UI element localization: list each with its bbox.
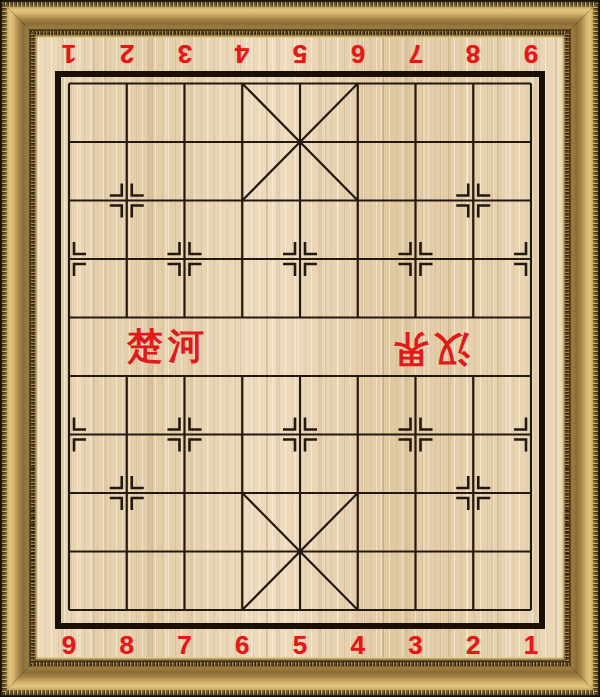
framed-xiangqi-board: 123456789 987654321 楚河 汉界 — [0, 0, 600, 697]
bottom-file-number-9: 9 — [62, 632, 76, 658]
bottom-file-number-1: 1 — [524, 632, 538, 658]
bottom-file-number-3: 3 — [408, 632, 422, 658]
frame-right — [562, 0, 600, 697]
top-file-number-4: 4 — [235, 41, 249, 67]
bottom-file-number-4: 4 — [351, 632, 365, 658]
top-file-number-3: 3 — [177, 41, 191, 67]
frame-bottom — [0, 657, 600, 697]
bottom-file-number-8: 8 — [120, 632, 134, 658]
frame-left — [0, 0, 38, 697]
top-file-number-2: 2 — [120, 41, 134, 67]
top-file-number-6: 6 — [351, 41, 365, 67]
frame-top — [0, 0, 600, 38]
xiangqi-grid[interactable] — [0, 0, 600, 697]
top-file-number-7: 7 — [408, 41, 422, 67]
top-file-number-5: 5 — [293, 41, 307, 67]
river-text-chu-he: 楚河 — [127, 328, 209, 364]
bottom-file-number-6: 6 — [235, 632, 249, 658]
top-file-number-8: 8 — [466, 41, 480, 67]
bottom-file-number-2: 2 — [466, 632, 480, 658]
river-text-han-jie: 汉界 — [388, 331, 470, 367]
top-file-number-9: 9 — [524, 41, 538, 67]
bottom-file-number-5: 5 — [293, 632, 307, 658]
top-file-number-1: 1 — [62, 41, 76, 67]
bottom-file-number-7: 7 — [177, 632, 191, 658]
